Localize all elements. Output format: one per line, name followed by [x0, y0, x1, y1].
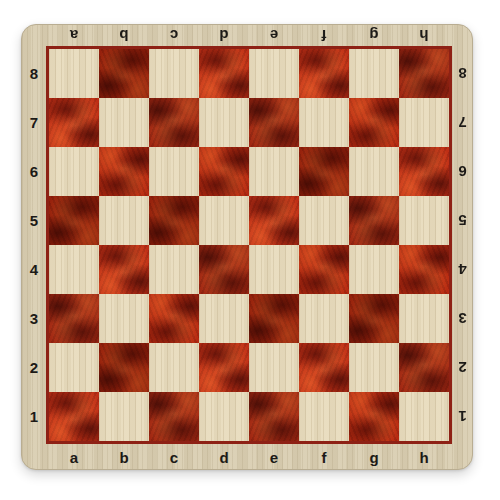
- board-grid: [49, 49, 449, 441]
- square-a7[interactable]: [49, 98, 99, 147]
- square-b5[interactable]: [99, 196, 149, 245]
- file-label-bottom-d: d: [199, 444, 249, 470]
- square-d5[interactable]: [199, 196, 249, 245]
- square-a8[interactable]: [49, 49, 99, 98]
- square-h1[interactable]: [399, 392, 449, 441]
- square-c2[interactable]: [149, 343, 199, 392]
- square-f1[interactable]: [299, 392, 349, 441]
- square-b1[interactable]: [99, 392, 149, 441]
- rank-label-left-2: 2: [22, 343, 46, 392]
- square-e1[interactable]: [249, 392, 299, 441]
- rank-label-right-2: 2: [452, 343, 473, 392]
- square-d4[interactable]: [199, 245, 249, 294]
- square-f3[interactable]: [299, 294, 349, 343]
- square-b4[interactable]: [99, 245, 149, 294]
- square-g4[interactable]: [349, 245, 399, 294]
- rank-label-left-6: 6: [22, 147, 46, 196]
- file-label-top-d: d: [199, 25, 249, 46]
- square-h7[interactable]: [399, 98, 449, 147]
- file-label-top-f: f: [299, 25, 349, 46]
- rank-label-right-1: 1: [452, 392, 473, 441]
- rank-label-left-5: 5: [22, 196, 46, 245]
- square-b2[interactable]: [99, 343, 149, 392]
- square-e7[interactable]: [249, 98, 299, 147]
- square-g5[interactable]: [349, 196, 399, 245]
- file-label-top-b: b: [99, 25, 149, 46]
- rank-label-right-5: 5: [452, 196, 473, 245]
- square-h2[interactable]: [399, 343, 449, 392]
- file-label-bottom-h: h: [399, 444, 449, 470]
- square-b7[interactable]: [99, 98, 149, 147]
- square-c7[interactable]: [149, 98, 199, 147]
- square-h4[interactable]: [399, 245, 449, 294]
- rank-label-left-3: 3: [22, 294, 46, 343]
- square-b8[interactable]: [99, 49, 149, 98]
- rank-label-right-4: 4: [452, 245, 473, 294]
- square-d8[interactable]: [199, 49, 249, 98]
- square-e2[interactable]: [249, 343, 299, 392]
- square-c3[interactable]: [149, 294, 199, 343]
- square-a2[interactable]: [49, 343, 99, 392]
- rank-label-left-8: 8: [22, 49, 46, 98]
- rank-label-right-8: 8: [452, 49, 473, 98]
- square-d3[interactable]: [199, 294, 249, 343]
- rank-label-left-7: 7: [22, 98, 46, 147]
- square-c5[interactable]: [149, 196, 199, 245]
- square-g7[interactable]: [349, 98, 399, 147]
- square-a6[interactable]: [49, 147, 99, 196]
- square-g6[interactable]: [349, 147, 399, 196]
- file-label-top-e: e: [249, 25, 299, 46]
- rank-label-right-6: 6: [452, 147, 473, 196]
- square-f2[interactable]: [299, 343, 349, 392]
- square-e4[interactable]: [249, 245, 299, 294]
- file-label-top-a: a: [49, 25, 99, 46]
- square-g3[interactable]: [349, 294, 399, 343]
- square-e5[interactable]: [249, 196, 299, 245]
- file-label-bottom-g: g: [349, 444, 399, 470]
- square-f5[interactable]: [299, 196, 349, 245]
- file-label-bottom-c: c: [149, 444, 199, 470]
- rank-label-right-3: 3: [452, 294, 473, 343]
- square-a3[interactable]: [49, 294, 99, 343]
- square-c6[interactable]: [149, 147, 199, 196]
- square-e8[interactable]: [249, 49, 299, 98]
- square-d2[interactable]: [199, 343, 249, 392]
- square-d1[interactable]: [199, 392, 249, 441]
- square-f6[interactable]: [299, 147, 349, 196]
- square-f8[interactable]: [299, 49, 349, 98]
- bottom-file-labels: abcdefgh: [49, 444, 449, 470]
- square-b3[interactable]: [99, 294, 149, 343]
- square-a5[interactable]: [49, 196, 99, 245]
- file-label-bottom-b: b: [99, 444, 149, 470]
- file-label-top-h: h: [399, 25, 449, 46]
- file-label-bottom-f: f: [299, 444, 349, 470]
- square-a1[interactable]: [49, 392, 99, 441]
- square-g1[interactable]: [349, 392, 399, 441]
- file-label-top-c: c: [149, 25, 199, 46]
- square-g8[interactable]: [349, 49, 399, 98]
- left-rank-labels: 87654321: [22, 49, 46, 441]
- chessboard: abcdefgh abcdefgh 87654321 87654321: [21, 24, 473, 470]
- right-rank-labels: 87654321: [452, 49, 473, 441]
- rank-label-left-1: 1: [22, 392, 46, 441]
- top-file-labels: abcdefgh: [49, 25, 449, 46]
- square-h6[interactable]: [399, 147, 449, 196]
- square-d6[interactable]: [199, 147, 249, 196]
- square-h5[interactable]: [399, 196, 449, 245]
- square-h8[interactable]: [399, 49, 449, 98]
- square-e6[interactable]: [249, 147, 299, 196]
- square-g2[interactable]: [349, 343, 399, 392]
- square-d7[interactable]: [199, 98, 249, 147]
- playing-area: [46, 46, 452, 444]
- square-f4[interactable]: [299, 245, 349, 294]
- square-a4[interactable]: [49, 245, 99, 294]
- square-c1[interactable]: [149, 392, 199, 441]
- file-label-bottom-a: a: [49, 444, 99, 470]
- square-e3[interactable]: [249, 294, 299, 343]
- square-b6[interactable]: [99, 147, 149, 196]
- square-c8[interactable]: [149, 49, 199, 98]
- file-label-top-g: g: [349, 25, 399, 46]
- rank-label-right-7: 7: [452, 98, 473, 147]
- square-c4[interactable]: [149, 245, 199, 294]
- square-h3[interactable]: [399, 294, 449, 343]
- square-f7[interactable]: [299, 98, 349, 147]
- file-label-bottom-e: e: [249, 444, 299, 470]
- rank-label-left-4: 4: [22, 245, 46, 294]
